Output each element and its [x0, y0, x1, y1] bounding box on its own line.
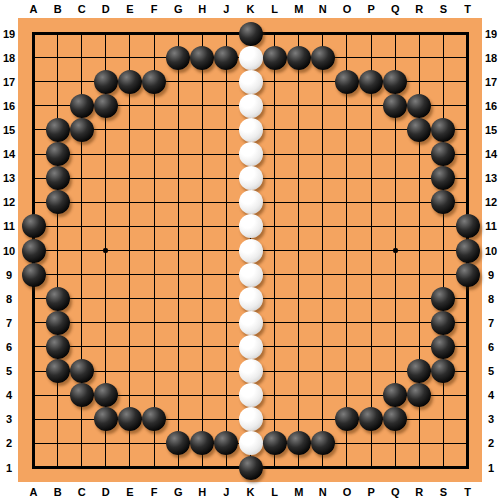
stone-black-B6[interactable] [46, 335, 70, 359]
row-label-left-6: 6 [1, 340, 17, 354]
stone-black-T9[interactable] [456, 263, 480, 287]
grid-vline [322, 32, 323, 469]
column-label-top-F: F [142, 2, 166, 16]
row-label-left-3: 3 [1, 412, 17, 426]
row-label-right-8: 8 [483, 292, 499, 306]
column-label-top-S: S [431, 2, 455, 16]
row-label-left-8: 8 [1, 292, 17, 306]
column-label-bottom-A: A [22, 485, 46, 499]
stone-black-C15[interactable] [70, 118, 94, 142]
stone-black-Q16[interactable] [383, 94, 407, 118]
stone-black-F17[interactable] [142, 70, 166, 94]
column-label-top-R: R [407, 2, 431, 16]
stone-black-B15[interactable] [46, 118, 70, 142]
row-label-right-18: 18 [483, 51, 499, 65]
column-label-bottom-Q: Q [383, 485, 407, 499]
row-label-left-10: 10 [1, 244, 17, 258]
stone-black-P17[interactable] [359, 70, 383, 94]
grid-vline [371, 32, 372, 469]
column-label-bottom-D: D [94, 485, 118, 499]
stone-black-N18[interactable] [311, 46, 335, 70]
stone-white-K4[interactable] [239, 383, 263, 407]
stone-black-S8[interactable] [431, 287, 455, 311]
row-label-left-5: 5 [1, 364, 17, 378]
stone-black-L18[interactable] [263, 46, 287, 70]
row-label-right-3: 3 [483, 412, 499, 426]
stone-black-A11[interactable] [22, 214, 46, 238]
column-label-top-G: G [166, 2, 190, 16]
column-label-top-E: E [118, 2, 142, 16]
row-label-left-17: 17 [1, 75, 17, 89]
row-label-right-1: 1 [483, 461, 499, 475]
column-label-bottom-K: K [239, 485, 263, 499]
stone-white-K11[interactable] [239, 214, 263, 238]
row-label-left-1: 1 [1, 461, 17, 475]
column-label-bottom-O: O [335, 485, 359, 499]
column-label-top-H: H [190, 2, 214, 16]
stone-white-K5[interactable] [239, 359, 263, 383]
column-label-bottom-P: P [359, 485, 383, 499]
stone-black-C16[interactable] [70, 94, 94, 118]
grid-vline [298, 32, 299, 469]
column-label-top-A: A [22, 2, 46, 16]
grid-vline [274, 32, 275, 469]
column-label-bottom-R: R [407, 485, 431, 499]
stone-black-B5[interactable] [46, 359, 70, 383]
row-label-left-13: 13 [1, 171, 17, 185]
column-label-bottom-C: C [70, 485, 94, 499]
row-label-right-15: 15 [483, 123, 499, 137]
stone-black-C5[interactable] [70, 359, 94, 383]
row-label-left-7: 7 [1, 316, 17, 330]
column-label-top-N: N [311, 2, 335, 16]
stone-white-K7[interactable] [239, 311, 263, 335]
row-label-left-9: 9 [1, 268, 17, 282]
stone-black-B12[interactable] [46, 190, 70, 214]
stone-white-K14[interactable] [239, 142, 263, 166]
row-label-right-10: 10 [483, 244, 499, 258]
row-label-right-16: 16 [483, 99, 499, 113]
row-label-left-15: 15 [1, 123, 17, 137]
row-label-right-13: 13 [483, 171, 499, 185]
row-label-right-17: 17 [483, 75, 499, 89]
stone-black-C4[interactable] [70, 383, 94, 407]
grid-vline [346, 32, 347, 469]
stone-white-K13[interactable] [239, 166, 263, 190]
stone-black-D3[interactable] [94, 407, 118, 431]
go-board-diagram: AABBCCDDEEFFGGHHJJKKLLMMNNOOPPQQRRSSTT19… [0, 0, 500, 500]
stone-white-K6[interactable] [239, 335, 263, 359]
stone-black-J18[interactable] [214, 46, 238, 70]
row-label-left-16: 16 [1, 99, 17, 113]
column-label-bottom-F: F [142, 485, 166, 499]
column-label-top-B: B [46, 2, 70, 16]
stone-black-D16[interactable] [94, 94, 118, 118]
stone-white-K8[interactable] [239, 287, 263, 311]
stone-white-K10[interactable] [239, 239, 263, 263]
stone-black-K1[interactable] [239, 456, 263, 480]
stone-white-K3[interactable] [239, 407, 263, 431]
column-label-bottom-S: S [431, 485, 455, 499]
row-label-left-14: 14 [1, 147, 17, 161]
stone-white-K2[interactable] [239, 431, 263, 455]
column-label-top-J: J [214, 2, 238, 16]
grid-vline [443, 32, 444, 469]
column-label-bottom-M: M [287, 485, 311, 499]
column-label-bottom-H: H [190, 485, 214, 499]
column-label-bottom-G: G [166, 485, 190, 499]
stone-black-B13[interactable] [46, 166, 70, 190]
row-label-right-11: 11 [483, 219, 499, 233]
stone-white-K12[interactable] [239, 190, 263, 214]
column-label-top-P: P [359, 2, 383, 16]
row-label-right-2: 2 [483, 436, 499, 450]
row-label-left-18: 18 [1, 51, 17, 65]
stone-black-R16[interactable] [407, 94, 431, 118]
row-label-right-14: 14 [483, 147, 499, 161]
column-label-top-C: C [70, 2, 94, 16]
stone-black-T10[interactable] [456, 239, 480, 263]
column-label-bottom-L: L [263, 485, 287, 499]
row-label-right-7: 7 [483, 316, 499, 330]
column-label-top-M: M [287, 2, 311, 16]
stone-white-K18[interactable] [239, 46, 263, 70]
row-label-right-5: 5 [483, 364, 499, 378]
stone-black-E17[interactable] [118, 70, 142, 94]
stone-white-K15[interactable] [239, 118, 263, 142]
column-label-bottom-N: N [311, 485, 335, 499]
stone-black-Q17[interactable] [383, 70, 407, 94]
stone-black-A9[interactable] [22, 263, 46, 287]
stone-black-G18[interactable] [166, 46, 190, 70]
column-label-top-O: O [335, 2, 359, 16]
column-label-top-Q: Q [383, 2, 407, 16]
stone-black-D4[interactable] [94, 383, 118, 407]
row-label-right-6: 6 [483, 340, 499, 354]
star-point-Q10 [393, 248, 398, 253]
stone-black-B8[interactable] [46, 287, 70, 311]
column-label-top-K: K [239, 2, 263, 16]
stone-black-B7[interactable] [46, 311, 70, 335]
row-label-right-4: 4 [483, 388, 499, 402]
column-label-top-L: L [263, 2, 287, 16]
row-label-right-9: 9 [483, 268, 499, 282]
stone-black-M18[interactable] [287, 46, 311, 70]
row-label-left-2: 2 [1, 436, 17, 450]
stone-black-L2[interactable] [263, 431, 287, 455]
stone-black-T11[interactable] [456, 214, 480, 238]
column-label-top-T: T [456, 2, 480, 16]
column-label-top-D: D [94, 2, 118, 16]
row-label-left-11: 11 [1, 219, 17, 233]
stone-black-A10[interactable] [22, 239, 46, 263]
row-label-right-12: 12 [483, 195, 499, 209]
stone-black-M2[interactable] [287, 431, 311, 455]
stone-black-D17[interactable] [94, 70, 118, 94]
stone-black-K19[interactable] [239, 22, 263, 46]
row-label-left-19: 19 [1, 27, 17, 41]
stone-white-K17[interactable] [239, 70, 263, 94]
stone-white-K16[interactable] [239, 94, 263, 118]
column-label-bottom-E: E [118, 485, 142, 499]
row-label-left-12: 12 [1, 195, 17, 209]
stone-black-B14[interactable] [46, 142, 70, 166]
row-label-left-4: 4 [1, 388, 17, 402]
column-label-bottom-B: B [46, 485, 70, 499]
stone-white-K9[interactable] [239, 263, 263, 287]
column-label-bottom-J: J [214, 485, 238, 499]
stone-black-O17[interactable] [335, 70, 359, 94]
column-label-bottom-T: T [456, 485, 480, 499]
stone-black-H18[interactable] [190, 46, 214, 70]
row-label-right-19: 19 [483, 27, 499, 41]
